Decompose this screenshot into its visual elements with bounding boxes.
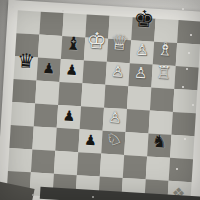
square-b7[interactable] <box>38 35 62 59</box>
square-b8[interactable] <box>39 12 63 36</box>
black-king-f8[interactable]: ♚ <box>132 7 156 31</box>
black-queen-a6[interactable]: ♛ <box>14 49 38 73</box>
black-bishop-c7[interactable]: ♝ <box>61 31 85 55</box>
square-f5[interactable] <box>127 86 151 110</box>
square-f4[interactable] <box>126 109 150 133</box>
square-b4[interactable] <box>34 103 58 127</box>
square-f2[interactable] <box>123 155 147 179</box>
square-h5[interactable] <box>173 89 197 113</box>
square-a8[interactable] <box>16 10 40 34</box>
black-pawn-c6[interactable]: ♟ <box>60 58 84 82</box>
dust-speckles <box>182 8 184 10</box>
square-c2[interactable] <box>54 151 78 175</box>
square-d6[interactable] <box>82 60 106 84</box>
chess-board: ♚♝♔♕♙♗♛♟♟♙♙♖♟♙♟♘♞❖ ® CHESS 1 <box>0 0 200 200</box>
black-knight-g3[interactable]: ♞ <box>147 129 171 153</box>
square-h3[interactable] <box>170 135 194 159</box>
white-pawn-f6[interactable]: ♙ <box>128 61 152 85</box>
white-pawn-f7[interactable]: ♙ <box>130 38 154 62</box>
square-g5[interactable] <box>150 88 174 112</box>
square-a3[interactable] <box>9 125 33 149</box>
black-pawn-c4[interactable]: ♟ <box>57 104 81 128</box>
square-h6[interactable] <box>174 66 198 90</box>
white-rook-g6[interactable]: ♖ <box>152 61 176 85</box>
square-d5[interactable] <box>81 83 105 107</box>
square-g2[interactable] <box>146 156 170 180</box>
square-a4[interactable] <box>11 102 35 126</box>
square-c3[interactable] <box>55 128 79 152</box>
square-h7[interactable] <box>176 43 200 67</box>
photo-stage: ♚♝♔♕♙♗♛♟♟♙♙♖♟♙♟♘♞❖ ® CHESS 1 <box>0 0 200 200</box>
square-c5[interactable] <box>58 82 82 106</box>
square-a5[interactable] <box>12 79 36 103</box>
square-e2[interactable] <box>100 154 124 178</box>
square-h2[interactable] <box>169 158 193 182</box>
square-b5[interactable] <box>35 81 59 105</box>
white-bishop-g7[interactable]: ♗ <box>153 37 177 61</box>
square-d4[interactable] <box>80 106 104 130</box>
white-pawn-e6[interactable]: ♙ <box>106 60 130 84</box>
black-pawn-b6[interactable]: ♟ <box>37 57 61 81</box>
square-b2[interactable] <box>31 149 55 173</box>
board-squares: ♚♝♔♕♙♗♛♟♟♙♙♖♟♙♟♘♞❖ <box>7 10 200 200</box>
square-a2[interactable] <box>8 148 32 172</box>
square-d2[interactable] <box>77 152 101 176</box>
square-h8[interactable] <box>177 20 200 44</box>
white-queen-e7[interactable]: ♕ <box>107 31 131 55</box>
square-h4[interactable] <box>171 112 195 136</box>
square-b3[interactable] <box>32 126 56 150</box>
white-king-d7[interactable]: ♔ <box>84 28 108 52</box>
